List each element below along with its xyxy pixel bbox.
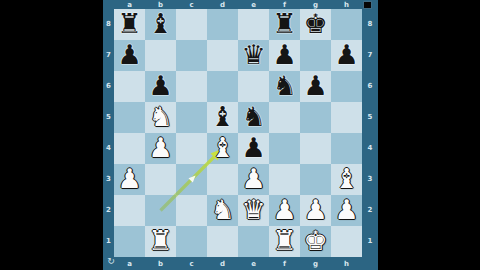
square-e4[interactable]: ♟ (238, 133, 269, 164)
rank-label: 7 (103, 40, 114, 71)
piece-black-pawn[interactable]: ♟ (269, 40, 300, 71)
piece-white-bishop[interactable]: ♝ (207, 133, 238, 164)
piece-black-king[interactable]: ♚ (300, 9, 331, 40)
square-b5[interactable]: ♞ (145, 102, 176, 133)
square-e6[interactable] (238, 71, 269, 102)
square-g3[interactable] (300, 164, 331, 195)
square-h3[interactable]: ♝ (331, 164, 362, 195)
square-g8[interactable]: ♚ (300, 9, 331, 40)
piece-black-pawn[interactable]: ♟ (238, 133, 269, 164)
square-h7[interactable]: ♟ (331, 40, 362, 71)
square-d2[interactable]: ♞ (207, 195, 238, 226)
board-squares: ♜♝♜♚♟♛♟♟♟♞♟♞♝♞♟♝♟♟♟♝♞♛♟♟♟♜♜♚ (114, 9, 362, 257)
rank-labels-left: 87654321 (103, 9, 114, 257)
rank-label: 1 (103, 226, 114, 257)
file-label: d (207, 1, 238, 9)
square-a8[interactable]: ♜ (114, 9, 145, 40)
square-c3[interactable] (176, 164, 207, 195)
square-g1[interactable]: ♚ (300, 226, 331, 257)
file-label: c (176, 260, 207, 268)
square-f5[interactable] (269, 102, 300, 133)
square-c7[interactable] (176, 40, 207, 71)
square-g6[interactable]: ♟ (300, 71, 331, 102)
flip-board-icon[interactable]: ↻ (105, 255, 117, 268)
square-h8[interactable] (331, 9, 362, 40)
square-c1[interactable] (176, 226, 207, 257)
piece-black-rook[interactable]: ♜ (114, 9, 145, 40)
piece-white-pawn[interactable]: ♟ (300, 195, 331, 226)
file-label: b (145, 260, 176, 268)
piece-white-pawn[interactable]: ♟ (331, 195, 362, 226)
square-e7[interactable]: ♛ (238, 40, 269, 71)
square-g5[interactable] (300, 102, 331, 133)
rank-label: 1 (362, 226, 378, 257)
piece-black-bishop[interactable]: ♝ (145, 9, 176, 40)
rank-label: 8 (103, 9, 114, 40)
square-g7[interactable] (300, 40, 331, 71)
square-b1[interactable]: ♜ (145, 226, 176, 257)
piece-white-pawn[interactable]: ♟ (238, 164, 269, 195)
square-b7[interactable] (145, 40, 176, 71)
square-d6[interactable] (207, 71, 238, 102)
file-label: d (207, 260, 238, 268)
file-label: h (331, 1, 362, 9)
square-d4[interactable]: ♝ (207, 133, 238, 164)
square-h2[interactable]: ♟ (331, 195, 362, 226)
file-label: g (300, 260, 331, 268)
piece-white-bishop[interactable]: ♝ (331, 164, 362, 195)
rank-label: 3 (362, 164, 378, 195)
piece-black-pawn[interactable]: ♟ (331, 40, 362, 71)
square-e5[interactable]: ♞ (238, 102, 269, 133)
rank-label: 2 (103, 195, 114, 226)
piece-black-pawn[interactable]: ♟ (114, 40, 145, 71)
square-f7[interactable]: ♟ (269, 40, 300, 71)
square-f4[interactable] (269, 133, 300, 164)
square-a5[interactable] (114, 102, 145, 133)
square-c6[interactable] (176, 71, 207, 102)
square-e8[interactable] (238, 9, 269, 40)
square-h4[interactable] (331, 133, 362, 164)
piece-white-pawn[interactable]: ♟ (145, 133, 176, 164)
square-c5[interactable] (176, 102, 207, 133)
piece-black-knight[interactable]: ♞ (269, 71, 300, 102)
file-label: h (331, 260, 362, 268)
rank-label: 2 (362, 195, 378, 226)
chess-board: abcdefgh abcdefgh 87654321 87654321 ♜♝♜♚… (103, 0, 378, 270)
square-e2[interactable]: ♛ (238, 195, 269, 226)
square-f8[interactable]: ♜ (269, 9, 300, 40)
square-f2[interactable]: ♟ (269, 195, 300, 226)
square-a4[interactable] (114, 133, 145, 164)
square-a1[interactable] (114, 226, 145, 257)
piece-black-rook[interactable]: ♜ (269, 9, 300, 40)
square-a2[interactable] (114, 195, 145, 226)
square-b6[interactable]: ♟ (145, 71, 176, 102)
square-e1[interactable] (238, 226, 269, 257)
file-label: e (238, 1, 269, 9)
square-c4[interactable] (176, 133, 207, 164)
square-d5[interactable]: ♝ (207, 102, 238, 133)
square-d8[interactable] (207, 9, 238, 40)
piece-white-pawn[interactable]: ♟ (269, 195, 300, 226)
piece-white-pawn[interactable]: ♟ (114, 164, 145, 195)
square-b2[interactable] (145, 195, 176, 226)
square-h5[interactable] (331, 102, 362, 133)
square-c2[interactable] (176, 195, 207, 226)
file-label: f (269, 260, 300, 268)
rank-label: 7 (362, 40, 378, 71)
square-c8[interactable] (176, 9, 207, 40)
file-label: c (176, 1, 207, 9)
file-label: e (238, 260, 269, 268)
square-d7[interactable] (207, 40, 238, 71)
square-h6[interactable] (331, 71, 362, 102)
piece-black-knight[interactable]: ♞ (238, 102, 269, 133)
square-g2[interactable]: ♟ (300, 195, 331, 226)
file-labels-bottom: abcdefgh (114, 257, 362, 270)
piece-white-king[interactable]: ♚ (300, 226, 331, 257)
rank-label: 3 (103, 164, 114, 195)
piece-black-pawn[interactable]: ♟ (300, 71, 331, 102)
square-f1[interactable]: ♜ (269, 226, 300, 257)
piece-white-rook[interactable]: ♜ (269, 226, 300, 257)
rank-labels-right: 87654321 (362, 9, 378, 257)
piece-black-queen[interactable]: ♛ (238, 40, 269, 71)
rank-label: 4 (362, 133, 378, 164)
square-a7[interactable]: ♟ (114, 40, 145, 71)
square-f6[interactable]: ♞ (269, 71, 300, 102)
square-b8[interactable]: ♝ (145, 9, 176, 40)
square-d1[interactable] (207, 226, 238, 257)
square-a6[interactable] (114, 71, 145, 102)
piece-white-knight[interactable]: ♞ (145, 102, 176, 133)
chess-app-stage: abcdefgh abcdefgh 87654321 87654321 ♜♝♜♚… (0, 0, 480, 270)
piece-black-bishop[interactable]: ♝ (207, 102, 238, 133)
square-e3[interactable]: ♟ (238, 164, 269, 195)
square-f3[interactable] (269, 164, 300, 195)
rank-label: 6 (362, 71, 378, 102)
black-to-move-indicator (363, 1, 372, 9)
rank-label: 5 (362, 102, 378, 133)
file-label: a (114, 260, 145, 268)
square-h1[interactable] (331, 226, 362, 257)
square-b4[interactable]: ♟ (145, 133, 176, 164)
piece-white-queen[interactable]: ♛ (238, 195, 269, 226)
rank-label: 8 (362, 9, 378, 40)
piece-black-pawn[interactable]: ♟ (145, 71, 176, 102)
square-d3[interactable] (207, 164, 238, 195)
square-g4[interactable] (300, 133, 331, 164)
rank-label: 4 (103, 133, 114, 164)
square-a3[interactable]: ♟ (114, 164, 145, 195)
square-b3[interactable] (145, 164, 176, 195)
rank-label: 6 (103, 71, 114, 102)
piece-white-knight[interactable]: ♞ (207, 195, 238, 226)
piece-white-rook[interactable]: ♜ (145, 226, 176, 257)
rank-label: 5 (103, 102, 114, 133)
